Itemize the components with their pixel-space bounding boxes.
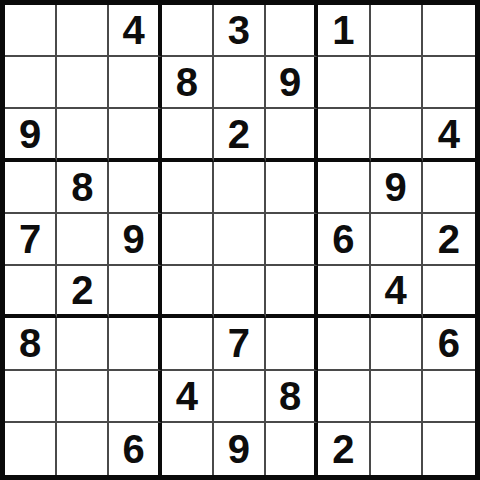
- cell-r4c9-empty[interactable]: [423, 162, 475, 214]
- cell-r3c9-given: 4: [423, 109, 475, 161]
- cell-r3c3-empty[interactable]: [109, 109, 161, 161]
- cell-r9c9-empty[interactable]: [423, 423, 475, 475]
- cell-r1c2-empty[interactable]: [57, 5, 109, 57]
- cell-r9c2-empty[interactable]: [57, 423, 109, 475]
- cell-r3c4-empty[interactable]: [162, 109, 214, 161]
- cell-r1c1-empty[interactable]: [5, 5, 57, 57]
- cell-r7c6-empty[interactable]: [266, 318, 318, 370]
- cell-r6c7-empty[interactable]: [318, 266, 370, 318]
- cell-r6c6-empty[interactable]: [266, 266, 318, 318]
- cell-r1c9-empty[interactable]: [423, 5, 475, 57]
- cell-r4c3-empty[interactable]: [109, 162, 161, 214]
- cell-r3c7-empty[interactable]: [318, 109, 370, 161]
- cell-r6c3-empty[interactable]: [109, 266, 161, 318]
- cell-r3c6-empty[interactable]: [266, 109, 318, 161]
- cell-r4c5-empty[interactable]: [214, 162, 266, 214]
- cell-r3c8-empty[interactable]: [371, 109, 423, 161]
- cell-r8c7-empty[interactable]: [318, 371, 370, 423]
- cell-r2c8-empty[interactable]: [371, 57, 423, 109]
- cell-r4c8-given: 9: [371, 162, 423, 214]
- sudoku-page: 431899248979622487648692: [0, 0, 480, 480]
- cell-r2c4-given: 8: [162, 57, 214, 109]
- cell-r2c1-empty[interactable]: [5, 57, 57, 109]
- cell-r2c7-empty[interactable]: [318, 57, 370, 109]
- cell-r6c8-given: 4: [371, 266, 423, 318]
- cell-r7c3-empty[interactable]: [109, 318, 161, 370]
- cell-r2c5-empty[interactable]: [214, 57, 266, 109]
- cell-r8c9-empty[interactable]: [423, 371, 475, 423]
- cell-r7c4-empty[interactable]: [162, 318, 214, 370]
- cell-r4c4-empty[interactable]: [162, 162, 214, 214]
- cell-r6c1-empty[interactable]: [5, 266, 57, 318]
- cell-r8c1-empty[interactable]: [5, 371, 57, 423]
- cell-r5c5-empty[interactable]: [214, 214, 266, 266]
- cell-r2c3-empty[interactable]: [109, 57, 161, 109]
- cell-r1c7-given: 1: [318, 5, 370, 57]
- cell-r3c2-empty[interactable]: [57, 109, 109, 161]
- cell-r8c3-empty[interactable]: [109, 371, 161, 423]
- cell-r6c2-given: 2: [57, 266, 109, 318]
- cell-r3c5-given: 2: [214, 109, 266, 161]
- cell-r9c6-empty[interactable]: [266, 423, 318, 475]
- cell-r5c4-empty[interactable]: [162, 214, 214, 266]
- cell-r6c9-empty[interactable]: [423, 266, 475, 318]
- cell-r5c2-empty[interactable]: [57, 214, 109, 266]
- cell-r6c4-empty[interactable]: [162, 266, 214, 318]
- cell-r9c4-empty[interactable]: [162, 423, 214, 475]
- cell-r9c3-given: 6: [109, 423, 161, 475]
- cell-r8c6-given: 8: [266, 371, 318, 423]
- cell-r4c6-empty[interactable]: [266, 162, 318, 214]
- cell-r4c2-given: 8: [57, 162, 109, 214]
- cell-r4c1-empty[interactable]: [5, 162, 57, 214]
- cell-r7c2-empty[interactable]: [57, 318, 109, 370]
- cell-r3c1-given: 9: [5, 109, 57, 161]
- cell-r4c7-empty[interactable]: [318, 162, 370, 214]
- sudoku-board: 431899248979622487648692: [0, 0, 480, 480]
- cell-r1c8-empty[interactable]: [371, 5, 423, 57]
- cell-r9c5-given: 9: [214, 423, 266, 475]
- cell-r2c9-empty[interactable]: [423, 57, 475, 109]
- cell-r7c9-given: 6: [423, 318, 475, 370]
- cell-r5c9-given: 2: [423, 214, 475, 266]
- cell-r7c7-empty[interactable]: [318, 318, 370, 370]
- cell-r1c6-empty[interactable]: [266, 5, 318, 57]
- cell-r5c8-empty[interactable]: [371, 214, 423, 266]
- cell-r5c6-empty[interactable]: [266, 214, 318, 266]
- cell-r5c3-given: 9: [109, 214, 161, 266]
- cell-r2c6-given: 9: [266, 57, 318, 109]
- cell-r7c5-given: 7: [214, 318, 266, 370]
- cell-r1c4-empty[interactable]: [162, 5, 214, 57]
- cell-r2c2-empty[interactable]: [57, 57, 109, 109]
- cell-r1c3-given: 4: [109, 5, 161, 57]
- cell-r5c7-given: 6: [318, 214, 370, 266]
- cell-r7c8-empty[interactable]: [371, 318, 423, 370]
- cell-r5c1-given: 7: [5, 214, 57, 266]
- cell-r9c7-given: 2: [318, 423, 370, 475]
- cell-r8c4-given: 4: [162, 371, 214, 423]
- cell-r8c8-empty[interactable]: [371, 371, 423, 423]
- cell-r8c5-empty[interactable]: [214, 371, 266, 423]
- cell-r9c8-empty[interactable]: [371, 423, 423, 475]
- cell-r9c1-empty[interactable]: [5, 423, 57, 475]
- cell-r8c2-empty[interactable]: [57, 371, 109, 423]
- cell-r7c1-given: 8: [5, 318, 57, 370]
- cell-r1c5-given: 3: [214, 5, 266, 57]
- cell-r6c5-empty[interactable]: [214, 266, 266, 318]
